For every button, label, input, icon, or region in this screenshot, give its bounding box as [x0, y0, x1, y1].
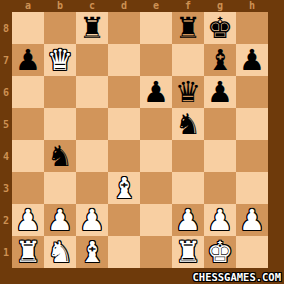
piece-black-pawn[interactable]: ♟ [207, 78, 233, 107]
square-b8[interactable] [44, 12, 76, 44]
rank-label-1: 1 [0, 236, 12, 268]
square-g8[interactable]: ♚ [204, 12, 236, 44]
square-e3[interactable] [140, 172, 172, 204]
square-h2[interactable]: ♟ [236, 204, 268, 236]
square-a3[interactable] [12, 172, 44, 204]
rank-label-6: 6 [0, 76, 12, 108]
rank-label-7: 7 [0, 44, 12, 76]
piece-black-king[interactable]: ♚ [207, 14, 233, 43]
square-b4[interactable]: ♞ [44, 140, 76, 172]
piece-black-rook[interactable]: ♜ [79, 14, 105, 43]
square-g5[interactable] [204, 108, 236, 140]
rank-label-2: 2 [0, 204, 12, 236]
square-c6[interactable] [76, 76, 108, 108]
square-g3[interactable] [204, 172, 236, 204]
square-e2[interactable] [140, 204, 172, 236]
square-f4[interactable] [172, 140, 204, 172]
square-d5[interactable] [108, 108, 140, 140]
piece-white-pawn[interactable]: ♟ [47, 206, 73, 235]
piece-white-queen[interactable]: ♛ [47, 46, 73, 75]
rank-label-8: 8 [0, 12, 12, 44]
square-h1[interactable] [236, 236, 268, 268]
square-f3[interactable] [172, 172, 204, 204]
square-g2[interactable]: ♟ [204, 204, 236, 236]
square-a1[interactable]: ♜ [12, 236, 44, 268]
square-c2[interactable]: ♟ [76, 204, 108, 236]
square-b3[interactable] [44, 172, 76, 204]
file-label-d: d [108, 0, 140, 12]
square-h4[interactable] [236, 140, 268, 172]
square-b2[interactable]: ♟ [44, 204, 76, 236]
square-a7[interactable]: ♟ [12, 44, 44, 76]
square-f8[interactable]: ♜ [172, 12, 204, 44]
rank-label-5: 5 [0, 108, 12, 140]
square-d4[interactable] [108, 140, 140, 172]
square-d1[interactable] [108, 236, 140, 268]
square-e5[interactable] [140, 108, 172, 140]
square-d8[interactable] [108, 12, 140, 44]
piece-black-pawn[interactable]: ♟ [239, 46, 265, 75]
piece-black-pawn[interactable]: ♟ [143, 78, 169, 107]
piece-white-rook[interactable]: ♜ [175, 238, 201, 267]
square-c8[interactable]: ♜ [76, 12, 108, 44]
square-b1[interactable]: ♞ [44, 236, 76, 268]
square-a5[interactable] [12, 108, 44, 140]
piece-white-pawn[interactable]: ♟ [239, 206, 265, 235]
square-e6[interactable]: ♟ [140, 76, 172, 108]
square-b6[interactable] [44, 76, 76, 108]
square-d7[interactable] [108, 44, 140, 76]
piece-white-pawn[interactable]: ♟ [207, 206, 233, 235]
piece-white-knight[interactable]: ♞ [47, 238, 73, 267]
file-label-e: e [140, 0, 172, 12]
square-c4[interactable] [76, 140, 108, 172]
square-a8[interactable] [12, 12, 44, 44]
file-label-h: h [236, 0, 268, 12]
square-c1[interactable]: ♝ [76, 236, 108, 268]
piece-white-king[interactable]: ♚ [207, 238, 233, 267]
square-f7[interactable] [172, 44, 204, 76]
square-c7[interactable] [76, 44, 108, 76]
square-c3[interactable] [76, 172, 108, 204]
piece-black-bishop[interactable]: ♝ [207, 46, 233, 75]
piece-white-bishop[interactable]: ♝ [111, 174, 137, 203]
square-g1[interactable]: ♚ [204, 236, 236, 268]
piece-white-rook[interactable]: ♜ [15, 238, 41, 267]
square-f6[interactable]: ♛ [172, 76, 204, 108]
square-h7[interactable]: ♟ [236, 44, 268, 76]
chess-board: ♜♜♚♟♛♝♟♟♛♟♞♞♝♟♟♟♟♟♟♜♞♝♜♚ [12, 12, 268, 268]
site-credit: CHESSGAMES.COM [192, 271, 281, 283]
piece-white-pawn[interactable]: ♟ [79, 206, 105, 235]
square-c5[interactable] [76, 108, 108, 140]
piece-black-pawn[interactable]: ♟ [15, 46, 41, 75]
square-g7[interactable]: ♝ [204, 44, 236, 76]
square-b7[interactable]: ♛ [44, 44, 76, 76]
piece-black-queen[interactable]: ♛ [175, 78, 201, 107]
square-h3[interactable] [236, 172, 268, 204]
piece-black-knight[interactable]: ♞ [175, 110, 201, 139]
square-b5[interactable] [44, 108, 76, 140]
rank-label-4: 4 [0, 140, 12, 172]
rank-labels: 87654321 [0, 12, 12, 268]
square-d6[interactable] [108, 76, 140, 108]
square-a4[interactable] [12, 140, 44, 172]
square-e8[interactable] [140, 12, 172, 44]
square-a6[interactable] [12, 76, 44, 108]
square-g4[interactable] [204, 140, 236, 172]
square-h6[interactable] [236, 76, 268, 108]
square-h8[interactable] [236, 12, 268, 44]
chessgames-board-widget: abcdefgh 87654321 ♜♜♚♟♛♝♟♟♛♟♞♞♝♟♟♟♟♟♟♜♞♝… [0, 0, 284, 284]
piece-white-pawn[interactable]: ♟ [15, 206, 41, 235]
square-f2[interactable]: ♟ [172, 204, 204, 236]
square-f1[interactable]: ♜ [172, 236, 204, 268]
rank-label-3: 3 [0, 172, 12, 204]
square-e1[interactable] [140, 236, 172, 268]
piece-white-bishop[interactable]: ♝ [79, 238, 105, 267]
square-d3[interactable]: ♝ [108, 172, 140, 204]
square-e7[interactable] [140, 44, 172, 76]
file-label-b: b [44, 0, 76, 12]
square-e4[interactable] [140, 140, 172, 172]
file-label-a: a [12, 0, 44, 12]
piece-white-pawn[interactable]: ♟ [175, 206, 201, 235]
piece-black-knight[interactable]: ♞ [47, 142, 73, 171]
square-f5[interactable]: ♞ [172, 108, 204, 140]
square-h5[interactable] [236, 108, 268, 140]
square-d2[interactable] [108, 204, 140, 236]
piece-black-rook[interactable]: ♜ [175, 14, 201, 43]
square-g6[interactable]: ♟ [204, 76, 236, 108]
square-a2[interactable]: ♟ [12, 204, 44, 236]
